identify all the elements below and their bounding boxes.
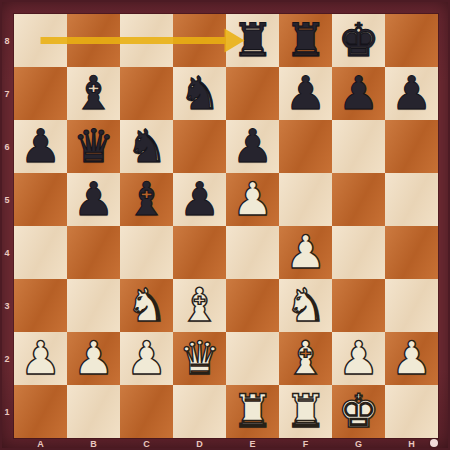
square-f5[interactable]	[279, 173, 332, 226]
square-b8[interactable]	[67, 14, 120, 67]
square-h4[interactable]	[385, 226, 438, 279]
square-a1[interactable]	[14, 385, 67, 438]
rank-label-2: 2	[0, 332, 14, 385]
piece-black-pawn[interactable]: ♟	[73, 176, 114, 222]
square-d8[interactable]	[173, 14, 226, 67]
piece-black-pawn[interactable]: ♟	[179, 176, 220, 222]
piece-white-pawn[interactable]: ♟	[338, 335, 379, 381]
chess-board-frame: ♜♜♚♝♞♟♟♟♟♛♞♟♟♝♟♟♟♞♝♞♟♟♟♛♝♟♟♜♜♚ 87654321 …	[0, 0, 450, 450]
rank-label-3: 3	[0, 279, 14, 332]
piece-black-knight[interactable]: ♞	[126, 123, 167, 169]
file-label-d: D	[173, 437, 226, 450]
square-d6[interactable]	[173, 120, 226, 173]
square-c7[interactable]	[120, 67, 173, 120]
square-b4[interactable]	[67, 226, 120, 279]
square-c8[interactable]	[120, 14, 173, 67]
square-e1[interactable]: ♜	[226, 385, 279, 438]
square-f6[interactable]	[279, 120, 332, 173]
square-h8[interactable]	[385, 14, 438, 67]
piece-white-bishop[interactable]: ♝	[285, 335, 326, 381]
piece-black-rook[interactable]: ♜	[232, 17, 273, 63]
square-g5[interactable]	[332, 173, 385, 226]
piece-white-pawn[interactable]: ♟	[73, 335, 114, 381]
square-g4[interactable]	[332, 226, 385, 279]
piece-black-king[interactable]: ♚	[338, 17, 379, 63]
rank-labels: 87654321	[0, 14, 14, 438]
rank-label-4: 4	[0, 226, 14, 279]
file-labels: ABCDEFGH	[14, 437, 438, 450]
square-h5[interactable]	[385, 173, 438, 226]
file-label-f: F	[279, 437, 332, 450]
square-d4[interactable]	[173, 226, 226, 279]
square-a5[interactable]	[14, 173, 67, 226]
board: ♜♜♚♝♞♟♟♟♟♛♞♟♟♝♟♟♟♞♝♞♟♟♟♛♝♟♟♜♜♚	[14, 14, 438, 438]
square-g1[interactable]: ♚	[332, 385, 385, 438]
piece-black-bishop[interactable]: ♝	[73, 70, 114, 116]
square-e3[interactable]	[226, 279, 279, 332]
square-f8[interactable]: ♜	[279, 14, 332, 67]
square-h1[interactable]	[385, 385, 438, 438]
square-h6[interactable]	[385, 120, 438, 173]
rank-label-5: 5	[0, 173, 14, 226]
piece-white-pawn[interactable]: ♟	[126, 335, 167, 381]
piece-white-bishop[interactable]: ♝	[179, 282, 220, 328]
square-a3[interactable]	[14, 279, 67, 332]
square-c2[interactable]: ♟	[120, 332, 173, 385]
piece-black-pawn[interactable]: ♟	[20, 123, 61, 169]
piece-white-king[interactable]: ♚	[338, 388, 379, 434]
square-e4[interactable]	[226, 226, 279, 279]
square-f1[interactable]: ♜	[279, 385, 332, 438]
square-h7[interactable]: ♟	[385, 67, 438, 120]
piece-white-pawn[interactable]: ♟	[391, 335, 432, 381]
piece-white-knight[interactable]: ♞	[285, 282, 326, 328]
side-to-move-indicator	[430, 439, 438, 447]
rank-label-7: 7	[0, 67, 14, 120]
piece-black-pawn[interactable]: ♟	[285, 70, 326, 116]
square-b2[interactable]: ♟	[67, 332, 120, 385]
square-d1[interactable]	[173, 385, 226, 438]
square-e6[interactable]: ♟	[226, 120, 279, 173]
square-b3[interactable]	[67, 279, 120, 332]
square-g2[interactable]: ♟	[332, 332, 385, 385]
file-label-g: G	[332, 437, 385, 450]
piece-white-queen[interactable]: ♛	[179, 335, 220, 381]
square-g6[interactable]	[332, 120, 385, 173]
square-d5[interactable]: ♟	[173, 173, 226, 226]
square-g8[interactable]: ♚	[332, 14, 385, 67]
square-b6[interactable]: ♛	[67, 120, 120, 173]
piece-black-rook[interactable]: ♜	[285, 17, 326, 63]
square-e8[interactable]: ♜	[226, 14, 279, 67]
square-f2[interactable]: ♝	[279, 332, 332, 385]
square-b5[interactable]: ♟	[67, 173, 120, 226]
square-b7[interactable]: ♝	[67, 67, 120, 120]
file-label-c: C	[120, 437, 173, 450]
piece-white-pawn[interactable]: ♟	[232, 176, 273, 222]
piece-white-pawn[interactable]: ♟	[285, 229, 326, 275]
square-f7[interactable]: ♟	[279, 67, 332, 120]
square-e7[interactable]	[226, 67, 279, 120]
square-f4[interactable]: ♟	[279, 226, 332, 279]
piece-black-knight[interactable]: ♞	[179, 70, 220, 116]
piece-black-pawn[interactable]: ♟	[232, 123, 273, 169]
rank-label-8: 8	[0, 14, 14, 67]
square-b1[interactable]	[67, 385, 120, 438]
piece-white-pawn[interactable]: ♟	[20, 335, 61, 381]
piece-black-pawn[interactable]: ♟	[338, 70, 379, 116]
square-a7[interactable]	[14, 67, 67, 120]
rank-label-6: 6	[0, 120, 14, 173]
piece-white-rook[interactable]: ♜	[285, 388, 326, 434]
square-d3[interactable]: ♝	[173, 279, 226, 332]
square-d7[interactable]: ♞	[173, 67, 226, 120]
square-c4[interactable]	[120, 226, 173, 279]
square-c5[interactable]: ♝	[120, 173, 173, 226]
square-c6[interactable]: ♞	[120, 120, 173, 173]
square-g3[interactable]	[332, 279, 385, 332]
square-a4[interactable]	[14, 226, 67, 279]
square-a6[interactable]: ♟	[14, 120, 67, 173]
piece-black-bishop[interactable]: ♝	[126, 176, 167, 222]
square-h2[interactable]: ♟	[385, 332, 438, 385]
square-d2[interactable]: ♛	[173, 332, 226, 385]
file-label-e: E	[226, 437, 279, 450]
piece-white-knight[interactable]: ♞	[126, 282, 167, 328]
square-h3[interactable]	[385, 279, 438, 332]
square-e5[interactable]: ♟	[226, 173, 279, 226]
file-label-a: A	[14, 437, 67, 450]
piece-black-pawn[interactable]: ♟	[391, 70, 432, 116]
square-a2[interactable]: ♟	[14, 332, 67, 385]
piece-black-queen[interactable]: ♛	[73, 123, 114, 169]
square-f3[interactable]: ♞	[279, 279, 332, 332]
rank-label-1: 1	[0, 385, 14, 438]
square-c3[interactable]: ♞	[120, 279, 173, 332]
piece-white-rook[interactable]: ♜	[232, 388, 273, 434]
square-a8[interactable]	[14, 14, 67, 67]
square-c1[interactable]	[120, 385, 173, 438]
file-label-b: B	[67, 437, 120, 450]
square-g7[interactable]: ♟	[332, 67, 385, 120]
square-e2[interactable]	[226, 332, 279, 385]
